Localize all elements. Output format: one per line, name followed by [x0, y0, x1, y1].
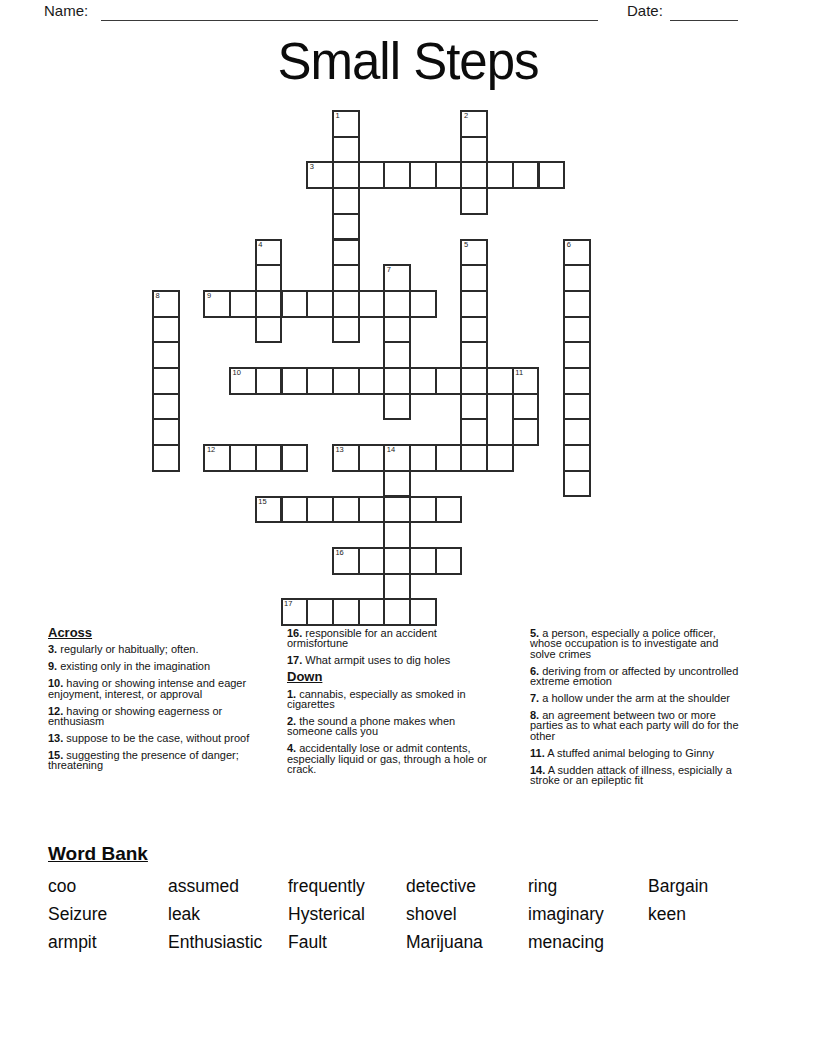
grid-cell-r5c7[interactable]	[332, 239, 360, 267]
cell-number-5: 5	[464, 241, 468, 249]
cell-number-3: 3	[310, 163, 314, 171]
cell-number-7: 7	[387, 266, 391, 274]
grid-cell-r7c4[interactable]	[255, 290, 283, 318]
grid-cell-r3c12[interactable]	[460, 187, 488, 215]
grid-cell-r15c10[interactable]	[409, 496, 437, 524]
grid-cell-r15c5[interactable]	[281, 496, 309, 524]
grid-cell-r19c5[interactable]: 17	[281, 598, 309, 626]
word-bank-item: menacing	[528, 928, 648, 956]
cell-number-4: 4	[258, 241, 262, 249]
grid-cell-r11c9[interactable]	[383, 393, 411, 421]
grid-cell-r1c12[interactable]	[460, 136, 488, 164]
grid-cell-r13c2[interactable]: 12	[203, 444, 231, 472]
across-heading: Across	[48, 628, 260, 638]
grid-cell-r15c7[interactable]	[332, 496, 360, 524]
cell-number-8: 8	[156, 292, 160, 300]
cell-number-17: 17	[284, 600, 292, 608]
crossword-worksheet-page: Name: Date: Small Steps 1234567891011121…	[0, 0, 816, 1056]
grid-cell-r14c9[interactable]	[383, 470, 411, 498]
grid-cell-r14c16[interactable]	[563, 470, 591, 498]
grid-cell-r17c10[interactable]	[409, 547, 437, 575]
grid-cell-r16c9[interactable]	[383, 521, 411, 549]
grid-cell-r7c16[interactable]	[563, 290, 591, 318]
word-bank-item: Marijuana	[406, 928, 528, 956]
grid-cell-r2c10[interactable]	[409, 161, 437, 189]
word-bank-item: imaginary	[528, 900, 648, 928]
grid-cell-r17c9[interactable]	[383, 547, 411, 575]
word-bank-item: Hysterical	[288, 900, 406, 928]
grid-cell-r7c6[interactable]	[306, 290, 334, 318]
grid-cell-r9c16[interactable]	[563, 341, 591, 369]
grid-cell-r7c8[interactable]	[358, 290, 386, 318]
grid-cell-r13c0[interactable]	[152, 444, 180, 472]
grid-cell-r3c7[interactable]	[332, 187, 360, 215]
grid-cell-r10c5[interactable]	[281, 367, 309, 395]
grid-cell-r13c8[interactable]	[358, 444, 386, 472]
grid-cell-r19c6[interactable]	[306, 598, 334, 626]
crossword-grid: 1234567891011121314151617	[152, 110, 589, 624]
word-bank-item: armpit	[48, 928, 168, 956]
clue-across-17: 17. What armpit uses to dig holes	[287, 655, 499, 665]
word-bank-item: frequently	[288, 872, 406, 900]
clue-down-5: 5. a person, especially a police officer…	[530, 628, 742, 659]
down-heading: Down	[287, 672, 499, 682]
grid-cell-r12c16[interactable]	[563, 418, 591, 446]
grid-cell-r8c16[interactable]	[563, 316, 591, 344]
grid-cell-r15c11[interactable]	[435, 496, 463, 524]
cell-number-6: 6	[567, 241, 571, 249]
grid-cell-r5c12[interactable]: 5	[460, 239, 488, 267]
cell-number-14: 14	[387, 446, 395, 454]
grid-cell-r1c7[interactable]	[332, 136, 360, 164]
cell-number-1: 1	[335, 112, 339, 120]
grid-cell-r10c7[interactable]	[332, 367, 360, 395]
clue-across-10: 10. having or showing intense and eager …	[48, 678, 260, 699]
grid-cell-r2c9[interactable]	[383, 161, 411, 189]
grid-cell-r13c4[interactable]	[255, 444, 283, 472]
grid-cell-r9c0[interactable]	[152, 341, 180, 369]
grid-cell-r7c7[interactable]	[332, 290, 360, 318]
grid-cell-r2c14[interactable]	[512, 161, 540, 189]
grid-cell-r10c14[interactable]: 11	[512, 367, 540, 395]
clue-down-14: 14. A sudden attack of illness, espicial…	[530, 765, 742, 786]
grid-cell-r15c9[interactable]	[383, 496, 411, 524]
clue-down-4: 4. accidentally lose or admit contents, …	[287, 743, 499, 774]
grid-cell-r7c9[interactable]	[383, 290, 411, 318]
word-bank-item: assumed	[168, 872, 288, 900]
word-bank-item: keen	[648, 900, 778, 928]
word-bank-item: Fault	[288, 928, 406, 956]
clue-across-16: 16. responsible for an accident ormisfor…	[287, 628, 499, 649]
cell-number-12: 12	[207, 446, 215, 454]
grid-cell-r10c12[interactable]	[460, 367, 488, 395]
grid-cell-r10c16[interactable]	[563, 367, 591, 395]
clue-column-1: Across3. regularly or habitually; often.…	[48, 628, 260, 777]
grid-cell-r7c10[interactable]	[409, 290, 437, 318]
grid-cell-r5c16[interactable]: 6	[563, 239, 591, 267]
clue-down-1: 1. cannabis, especially as smoked in cig…	[287, 689, 499, 710]
cell-number-9: 9	[207, 292, 211, 300]
grid-cell-r13c11[interactable]	[435, 444, 463, 472]
grid-cell-r6c9[interactable]: 7	[383, 264, 411, 292]
grid-cell-r13c16[interactable]	[563, 444, 591, 472]
grid-cell-r5c4[interactable]: 4	[255, 239, 283, 267]
clue-down-8: 8. an agreement between two or more part…	[530, 710, 742, 741]
grid-cell-r17c7[interactable]: 16	[332, 547, 360, 575]
clue-across-15: 15. suggesting the presence of danger; t…	[48, 750, 260, 771]
grid-cell-r6c4[interactable]	[255, 264, 283, 292]
grid-cell-r0c7[interactable]: 1	[332, 110, 360, 138]
grid-cell-r13c13[interactable]	[486, 444, 514, 472]
grid-cell-r7c0[interactable]: 8	[152, 290, 180, 318]
grid-cell-r19c8[interactable]	[358, 598, 386, 626]
grid-cell-r7c3[interactable]	[229, 290, 257, 318]
word-bank-item: Seizure	[48, 900, 168, 928]
cell-number-16: 16	[335, 549, 343, 557]
grid-cell-r2c7[interactable]	[332, 161, 360, 189]
grid-cell-r11c0[interactable]	[152, 393, 180, 421]
name-label: Name:	[44, 2, 88, 19]
clue-down-6: 6. deriving from or affected by uncontro…	[530, 666, 742, 687]
cell-number-13: 13	[335, 446, 343, 454]
grid-cell-r15c6[interactable]	[306, 496, 334, 524]
grid-cell-r11c16[interactable]	[563, 393, 591, 421]
grid-cell-r10c0[interactable]	[152, 367, 180, 395]
word-bank-item: coo	[48, 872, 168, 900]
grid-cell-r10c13[interactable]	[486, 367, 514, 395]
grid-cell-r9c9[interactable]	[383, 341, 411, 369]
grid-cell-r4c7[interactable]	[332, 213, 360, 241]
grid-cell-r6c16[interactable]	[563, 264, 591, 292]
grid-cell-r19c10[interactable]	[409, 598, 437, 626]
grid-cell-r10c8[interactable]	[358, 367, 386, 395]
cell-number-15: 15	[258, 498, 266, 506]
grid-cell-r10c9[interactable]	[383, 367, 411, 395]
grid-cell-r13c10[interactable]	[409, 444, 437, 472]
grid-cell-r7c2[interactable]: 9	[203, 290, 231, 318]
word-bank-title: Word Bank	[48, 843, 148, 865]
grid-cell-r8c9[interactable]	[383, 316, 411, 344]
grid-cell-r12c14[interactable]	[512, 418, 540, 446]
clue-down-11: 11. A stuffed animal beloging to Ginny	[530, 748, 742, 758]
grid-cell-r9c12[interactable]	[460, 341, 488, 369]
word-bank-item: shovel	[406, 900, 528, 928]
grid-cell-r19c9[interactable]	[383, 598, 411, 626]
grid-cell-r13c9[interactable]: 14	[383, 444, 411, 472]
word-bank-item: detective	[406, 872, 528, 900]
clue-down-7: 7. a hollow under the arm at the shoulde…	[530, 693, 742, 703]
grid-cell-r10c4[interactable]	[255, 367, 283, 395]
grid-cell-r17c8[interactable]	[358, 547, 386, 575]
page-title: Small Steps	[0, 32, 816, 91]
cell-number-10: 10	[233, 369, 241, 377]
word-bank-item: Enthusiastic	[168, 928, 288, 956]
grid-cell-r15c4[interactable]: 15	[255, 496, 283, 524]
word-bank-list: cooassumedfrequentlydetectiveringBargain…	[48, 872, 778, 956]
word-bank-item: leak	[168, 900, 288, 928]
date-input-line[interactable]	[670, 1, 738, 21]
grid-cell-r11c12[interactable]	[460, 393, 488, 421]
grid-cell-r2c11[interactable]	[435, 161, 463, 189]
grid-cell-r13c5[interactable]	[281, 444, 309, 472]
grid-cell-r2c12[interactable]	[460, 161, 488, 189]
grid-cell-r19c7[interactable]	[332, 598, 360, 626]
grid-cell-r8c4[interactable]	[255, 316, 283, 344]
clue-down-2: 2. the sound a phone makes when someone …	[287, 716, 499, 737]
grid-cell-r13c3[interactable]	[229, 444, 257, 472]
grid-cell-r2c13[interactable]	[486, 161, 514, 189]
grid-cell-r2c15[interactable]	[538, 161, 566, 189]
grid-cell-r10c10[interactable]	[409, 367, 437, 395]
grid-cell-r10c3[interactable]: 10	[229, 367, 257, 395]
grid-cell-r12c12[interactable]	[460, 418, 488, 446]
clue-column-2: 16. responsible for an accident ormisfor…	[287, 628, 499, 781]
clue-across-13: 13. suppose to be the case, without proo…	[48, 733, 260, 743]
grid-cell-r7c5[interactable]	[281, 290, 309, 318]
clue-across-3: 3. regularly or habitually; often.	[48, 644, 260, 654]
grid-cell-r6c12[interactable]	[460, 264, 488, 292]
grid-cell-r8c12[interactable]	[460, 316, 488, 344]
grid-cell-r10c11[interactable]	[435, 367, 463, 395]
word-bank-item: ring	[528, 872, 648, 900]
grid-cell-r2c6[interactable]: 3	[306, 161, 334, 189]
grid-cell-r13c7[interactable]: 13	[332, 444, 360, 472]
grid-cell-r8c0[interactable]	[152, 316, 180, 344]
grid-cell-r6c7[interactable]	[332, 264, 360, 292]
cell-number-11: 11	[515, 369, 523, 377]
grid-cell-r12c0[interactable]	[152, 418, 180, 446]
grid-cell-r2c8[interactable]	[358, 161, 386, 189]
clue-column-3: 5. a person, especially a police officer…	[530, 628, 742, 792]
date-label: Date:	[627, 2, 663, 19]
word-bank-item: Bargain	[648, 872, 778, 900]
grid-cell-r18c9[interactable]	[383, 573, 411, 601]
grid-cell-r8c7[interactable]	[332, 316, 360, 344]
grid-cell-r11c14[interactable]	[512, 393, 540, 421]
grid-cell-r10c6[interactable]	[306, 367, 334, 395]
name-input-line[interactable]	[101, 1, 598, 21]
clue-across-9: 9. existing only in the imagination	[48, 661, 260, 671]
clue-across-12: 12. having or showing eagerness or enthu…	[48, 706, 260, 727]
cell-number-2: 2	[464, 112, 468, 120]
grid-cell-r17c11[interactable]	[435, 547, 463, 575]
grid-cell-r15c8[interactable]	[358, 496, 386, 524]
grid-cell-r0c12[interactable]: 2	[460, 110, 488, 138]
grid-cell-r13c12[interactable]	[460, 444, 488, 472]
grid-cell-r7c12[interactable]	[460, 290, 488, 318]
